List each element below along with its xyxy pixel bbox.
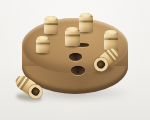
standing-peg-back-center[interactable] [79, 13, 93, 32]
standing-peg-center[interactable] [65, 27, 80, 46]
hole-crumb-dot [77, 71, 79, 73]
puzzle-toy-photo [0, 0, 150, 120]
treat-hole-center-front-upper [69, 53, 82, 61]
hole-crumb-dot [75, 58, 77, 60]
standing-peg-mid-left[interactable] [36, 36, 50, 53]
treat-hole-center-front-lower [71, 66, 85, 75]
standing-peg-back-left[interactable] [44, 16, 58, 34]
